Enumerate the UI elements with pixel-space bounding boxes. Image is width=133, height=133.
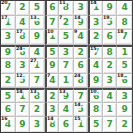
- cell-r8c5[interactable]: 4: [59, 103, 74, 118]
- cage-sum: 11: [59, 1, 66, 6]
- cell-r3c9[interactable]: 187: [117, 30, 132, 45]
- cell-r9c6[interactable]: 151: [74, 117, 89, 132]
- cage-sum: 14: [90, 1, 97, 6]
- cell-r2c9[interactable]: 8: [117, 16, 132, 31]
- cell-r8c2[interactable]: 7: [16, 103, 31, 118]
- cell-r9c9[interactable]: 2: [117, 117, 132, 132]
- cell-digit: 7: [19, 105, 25, 114]
- cage-sum: 20: [1, 1, 8, 6]
- cell-r1c4[interactable]: 6: [45, 1, 60, 16]
- cell-r7c7[interactable]: 106: [88, 88, 103, 103]
- cell-digit: 3: [5, 32, 11, 41]
- cage-sum: 17: [1, 16, 8, 21]
- cell-digit: 5: [49, 48, 55, 57]
- cell-r9c8[interactable]: 7: [103, 117, 118, 132]
- cell-r1c8[interactable]: 9: [103, 1, 118, 16]
- cell-r4c1[interactable]: 9: [1, 45, 16, 60]
- cell-digit: 7: [77, 92, 83, 101]
- cell-r8c7[interactable]: 8: [88, 103, 103, 118]
- cell-digit: 2: [122, 120, 128, 129]
- cage-sum: 14: [74, 103, 81, 108]
- cage-sum: 24: [16, 47, 23, 52]
- cage-sum: 24: [74, 74, 81, 79]
- cell-r7c6[interactable]: 7: [74, 88, 89, 103]
- cell-r3c5[interactable]: 5: [59, 30, 74, 45]
- cell-r3c6[interactable]: 94: [74, 30, 89, 45]
- cage-sum: 15: [74, 117, 81, 122]
- cell-r7c5[interactable]: 139: [59, 88, 74, 103]
- cage-sum: 15: [90, 47, 97, 52]
- cage-sum: 14: [16, 90, 23, 95]
- cell-digit: 3: [122, 92, 128, 101]
- cell-r6c6[interactable]: 248: [74, 74, 89, 89]
- cell-digit: 9: [49, 61, 55, 70]
- cell-digit: 7: [63, 61, 69, 70]
- cell-r5c9[interactable]: 5: [117, 59, 132, 74]
- cell-r5c7[interactable]: 4: [88, 59, 103, 74]
- cell-digit: 4: [77, 32, 83, 41]
- cell-r7c4[interactable]: 2: [45, 88, 60, 103]
- cage-sum: 9: [74, 30, 78, 35]
- cell-r4c3[interactable]: 4: [30, 45, 45, 60]
- cell-digit: 3: [93, 18, 99, 27]
- cell-digit: 3: [49, 105, 55, 114]
- cell-r6c3[interactable]: 7: [30, 74, 45, 89]
- cell-r6c5[interactable]: 1: [59, 74, 74, 89]
- cell-digit: 7: [49, 18, 55, 27]
- cell-digit: 3: [63, 48, 69, 57]
- sudoku-board: 2072561183141941714136772149319583178910…: [0, 0, 133, 133]
- cell-digit: 3: [34, 120, 40, 129]
- cell-digit: 8: [107, 48, 113, 57]
- cell-r6c8[interactable]: 3: [103, 74, 118, 89]
- cell-r2c3[interactable]: 136: [30, 16, 45, 31]
- cell-r4c4[interactable]: 5: [45, 45, 60, 60]
- cell-digit: 4: [93, 61, 99, 70]
- cell-r2c6[interactable]: 149: [74, 16, 89, 31]
- cell-digit: 9: [93, 76, 99, 85]
- cell-digit: 6: [5, 105, 11, 114]
- cell-r1c1[interactable]: 207: [1, 1, 16, 16]
- cell-digit: 2: [49, 92, 55, 101]
- cell-digit: 5: [34, 3, 40, 12]
- cell-r1c2[interactable]: 2: [16, 1, 31, 16]
- cell-digit: 4: [107, 92, 113, 101]
- cell-r3c2[interactable]: 178: [16, 30, 31, 45]
- cell-r9c5[interactable]: 6: [59, 117, 74, 132]
- cell-r4c7[interactable]: 157: [88, 45, 103, 60]
- cell-digit: 5: [5, 92, 11, 101]
- cell-r8c1[interactable]: 6: [1, 103, 16, 118]
- cell-digit: 8: [5, 61, 11, 70]
- cell-r5c4[interactable]: 9: [45, 59, 60, 74]
- cell-digit: 5: [93, 120, 99, 129]
- cell-digit: 6: [63, 120, 69, 129]
- cell-r4c8[interactable]: 8: [103, 45, 118, 60]
- cell-digit: 2: [63, 18, 69, 27]
- cell-digit: 4: [122, 3, 128, 12]
- cell-r1c7[interactable]: 141: [88, 1, 103, 16]
- cell-r6c7[interactable]: 9: [88, 74, 103, 89]
- cell-r9c2[interactable]: 9: [16, 117, 31, 132]
- cell-r2c8[interactable]: 195: [103, 16, 118, 31]
- cell-r8c9[interactable]: 9: [117, 103, 132, 118]
- cell-digit: 2: [34, 105, 40, 114]
- cell-r7c8[interactable]: 4: [103, 88, 118, 103]
- cell-r9c3[interactable]: 3: [30, 117, 45, 132]
- cell-r1c5[interactable]: 118: [59, 1, 74, 16]
- cage-sum: 12: [16, 74, 23, 79]
- cell-r6c4[interactable]: 74: [45, 74, 60, 89]
- cell-digit: 1: [107, 105, 113, 114]
- cell-r8c4[interactable]: 3: [45, 103, 60, 118]
- cage-sum: 13: [59, 90, 66, 95]
- cell-digit: 5: [63, 32, 69, 41]
- cell-digit: 4: [63, 105, 69, 114]
- cell-r7c3[interactable]: 138: [30, 88, 45, 103]
- cell-r9c1[interactable]: 164: [1, 117, 16, 132]
- cell-r5c2[interactable]: 3: [16, 59, 31, 74]
- cage-sum: 18: [117, 74, 124, 79]
- cell-r5c6[interactable]: 6: [74, 59, 89, 74]
- cell-digit: 6: [49, 3, 55, 12]
- cell-r4c6[interactable]: 2: [74, 45, 89, 60]
- cell-r2c5[interactable]: 72: [59, 16, 74, 31]
- cage-sum: 19: [103, 16, 110, 21]
- cell-r7c9[interactable]: 3: [117, 88, 132, 103]
- cell-digit: 4: [34, 48, 40, 57]
- cell-digit: 2: [77, 48, 83, 57]
- cage-sum: 13: [30, 16, 37, 21]
- cell-digit: 2: [93, 32, 99, 41]
- cell-r3c8[interactable]: 6: [103, 30, 118, 45]
- cell-digit: 3: [77, 3, 83, 12]
- cell-digit: 8: [93, 105, 99, 114]
- cage-sum: 17: [16, 30, 23, 35]
- cell-r9c4[interactable]: 148: [45, 117, 60, 132]
- cell-r5c5[interactable]: 7: [59, 59, 74, 74]
- cell-digit: 9: [19, 120, 25, 129]
- cell-digit: 1: [122, 48, 128, 57]
- cage-sum: 7: [59, 16, 63, 21]
- cell-digit: 6: [107, 32, 113, 41]
- cell-r4c9[interactable]: 1: [117, 45, 132, 60]
- cell-r1c3[interactable]: 5: [30, 1, 45, 16]
- cell-r5c3[interactable]: 271: [30, 59, 45, 74]
- cell-digit: 6: [77, 61, 83, 70]
- cell-r8c8[interactable]: 1: [103, 103, 118, 118]
- cell-r2c1[interactable]: 171: [1, 16, 16, 31]
- cell-digit: 9: [34, 32, 40, 41]
- cage-sum: 14: [74, 16, 81, 21]
- cell-r6c2[interactable]: 125: [16, 74, 31, 89]
- cell-r6c1[interactable]: 2: [1, 74, 16, 89]
- cell-digit: 9: [5, 48, 11, 57]
- cell-digit: 8: [122, 18, 128, 27]
- cell-r8c6[interactable]: 145: [74, 103, 89, 118]
- cell-digit: 9: [107, 3, 113, 12]
- cell-r8c3[interactable]: 2: [30, 103, 45, 118]
- cell-r1c9[interactable]: 4: [117, 1, 132, 16]
- cell-r3c7[interactable]: 2: [88, 30, 103, 45]
- cell-digit: 3: [107, 76, 113, 85]
- cage-sum: 10: [90, 90, 97, 95]
- cell-r6c9[interactable]: 186: [117, 74, 132, 89]
- cell-r9c7[interactable]: 5: [88, 117, 103, 132]
- cell-r1c6[interactable]: 3: [74, 1, 89, 16]
- cell-digit: 1: [63, 76, 69, 85]
- cell-digit: 2: [5, 76, 11, 85]
- cell-r3c4[interactable]: 101: [45, 30, 60, 45]
- cell-digit: 4: [19, 18, 25, 27]
- cell-r7c2[interactable]: 141: [16, 88, 31, 103]
- cell-r4c2[interactable]: 246: [16, 45, 31, 60]
- cage-sum: 18: [117, 30, 124, 35]
- cell-r5c1[interactable]: 8: [1, 59, 16, 74]
- cell-r2c2[interactable]: 4: [16, 16, 31, 31]
- cage-sum: 27: [30, 59, 37, 64]
- cell-digit: 7: [107, 120, 113, 129]
- cell-digit: 7: [34, 76, 40, 85]
- cell-r2c7[interactable]: 3: [88, 16, 103, 31]
- cage-sum: 7: [47, 74, 51, 79]
- cell-r7c1[interactable]: 5: [1, 88, 16, 103]
- cell-digit: 2: [107, 61, 113, 70]
- cell-digit: 2: [19, 3, 25, 12]
- cell-r3c1[interactable]: 3: [1, 30, 16, 45]
- cage-sum: 13: [30, 90, 37, 95]
- cell-digit: 5: [122, 61, 128, 70]
- cell-digit: 9: [122, 105, 128, 114]
- cage-sum: 10: [47, 30, 54, 35]
- cage-sum: 16: [1, 117, 8, 122]
- cell-r2c4[interactable]: 7: [45, 16, 60, 31]
- cage-sum: 14: [47, 117, 54, 122]
- cell-r5c8[interactable]: 2: [103, 59, 118, 74]
- cell-r3c3[interactable]: 9: [30, 30, 45, 45]
- cell-r4c5[interactable]: 3: [59, 45, 74, 60]
- cell-digit: 3: [19, 61, 25, 70]
